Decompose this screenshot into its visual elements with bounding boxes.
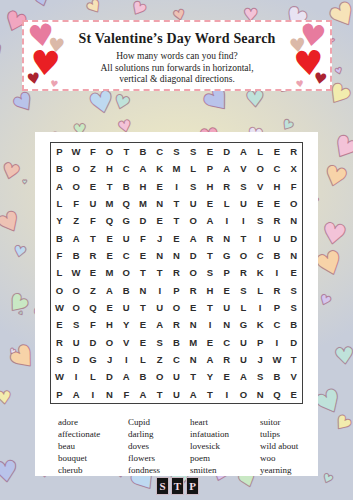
grid-cell-r6c14: U (269, 230, 286, 247)
grid-cell-r13c4: J (101, 351, 118, 368)
grid-cell-r14c9: T (185, 368, 202, 385)
grid-cell-r5c10: A (202, 212, 219, 229)
grid-cell-r5c5: G (118, 212, 135, 229)
grid-cell-r8c13: K (252, 264, 269, 281)
logo-tile-s: S (156, 477, 169, 495)
grid-cell-r11c12: G (235, 316, 252, 333)
grid-cell-r3c10: H (202, 178, 219, 195)
grid-cell-r12c4: O (101, 334, 118, 351)
heart-icon: ♥ (83, 0, 105, 19)
grid-cell-r12c12: U (235, 334, 252, 351)
grid-cell-r10c3: Q (84, 299, 101, 316)
grid-cell-r10c11: U (218, 299, 235, 316)
grid-cell-r6c3: T (84, 230, 101, 247)
word-item: smitten (190, 464, 229, 476)
grid-cell-r9c14: R (269, 282, 286, 299)
grid-cell-r8c1: L (51, 264, 68, 281)
grid-cell-r9c9: R (185, 282, 202, 299)
word-item: wild about (260, 440, 298, 452)
grid-cell-r9c4: A (101, 282, 118, 299)
grid-cell-r14c15: V (285, 368, 302, 385)
grid-cell-r7c8: N (168, 247, 185, 264)
grid-cell-r12c6: E (135, 334, 152, 351)
word-item: doves (128, 440, 160, 452)
grid-cell-r3c15: F (285, 178, 302, 195)
grid-cell-r14c6: B (135, 368, 152, 385)
grid-cell-r13c15: T (285, 351, 302, 368)
grid-cell-r15c3: I (84, 386, 101, 403)
heart-icon: ♥ (0, 159, 22, 185)
grid-cell-r7c12: O (235, 247, 252, 264)
grid-cell-r14c11: E (218, 368, 235, 385)
heart-icon: ♥ (127, 0, 149, 21)
grid-cell-r1c10: E (202, 143, 219, 160)
grid-cell-r12c10: E (202, 334, 219, 351)
heart-icon: ♥ (22, 180, 27, 186)
grid-cell-r15c13: N (252, 386, 269, 403)
heart-icon: ♥ (333, 344, 353, 370)
word-search-grid: PWFOTBCSSEDALERBOZHCAKMLPAVOCXAOETBHEISH… (50, 142, 303, 404)
grid-cell-r4c9: U (185, 195, 202, 212)
grid-cell-r2c14: C (269, 160, 286, 177)
logo-tile-p: P (186, 477, 199, 495)
grid-cell-r4c10: E (202, 195, 219, 212)
grid-cell-r15c7: T (151, 386, 168, 403)
heart-icon: ♥ (0, 206, 27, 241)
grid-cell-r12c2: U (68, 334, 85, 351)
grid-cell-r4c3: U (84, 195, 101, 212)
grid-cell-r1c13: L (252, 143, 269, 160)
grid-cell-r8c5: O (118, 264, 135, 281)
heart-icon: ♥ (33, 0, 52, 11)
grid-cell-r3c2: O (68, 178, 85, 195)
grid-cell-r13c5: I (118, 351, 135, 368)
grid-cell-r15c5: F (118, 386, 135, 403)
word-item: fondness (128, 464, 160, 476)
grid-cell-r5c9: O (185, 212, 202, 229)
grid-cell-r12c11: C (218, 334, 235, 351)
grid-cell-r4c4: M (101, 195, 118, 212)
grid-cell-r6c9: A (185, 230, 202, 247)
grid-cell-r7c7: N (151, 247, 168, 264)
grid-cell-r3c13: V (252, 178, 269, 195)
worksheet-page: ♥♥♥♥♥♥♥♥♥♥♥♥♥♥♥♥♥♥♥♥♥♥♥♥♥♥♥♥♥♥♥♥♥♥♥♥♥♥♥♥… (0, 0, 353, 500)
grid-cell-r14c5: A (118, 368, 135, 385)
grid-cell-r15c1: P (51, 386, 68, 403)
grid-cell-r13c6: L (135, 351, 152, 368)
grid-cell-r12c13: P (252, 334, 269, 351)
grid-cell-r11c14: C (269, 316, 286, 333)
heart-icon: ♥ (1, 289, 33, 321)
grid-cell-r1c11: D (218, 143, 235, 160)
word-list-column-4: suitortulipswild aboutwooyearning (260, 416, 298, 476)
grid-cell-r8c15: E (285, 264, 302, 281)
grid-cell-r4c7: N (151, 195, 168, 212)
grid-cell-r4c13: E (252, 195, 269, 212)
grid-cell-r8c10: S (202, 264, 219, 281)
grid-cell-r4c2: F (68, 195, 85, 212)
grid-cell-r8c6: T (135, 264, 152, 281)
grid-cell-r2c2: O (68, 160, 85, 177)
grid-cell-r11c2: S (68, 316, 85, 333)
grid-cell-r5c3: F (84, 212, 101, 229)
grid-cell-r9c12: S (235, 282, 252, 299)
grid-cell-r14c4: D (101, 368, 118, 385)
grid-cell-r10c9: E (185, 299, 202, 316)
grid-cell-r11c8: R (168, 316, 185, 333)
grid-cell-r3c11: R (218, 178, 235, 195)
grid-cell-r5c12: I (235, 212, 252, 229)
word-item: heart (190, 416, 229, 428)
grid-cell-r5c8: T (168, 212, 185, 229)
word-item: darling (128, 428, 160, 440)
grid-cell-r13c1: S (51, 351, 68, 368)
grid-cell-r15c2: A (68, 386, 85, 403)
grid-cell-r7c6: E (135, 247, 152, 264)
grid-cell-r12c5: V (118, 334, 135, 351)
grid-cell-r3c4: T (101, 178, 118, 195)
grid-cell-r14c2: I (68, 368, 85, 385)
grid-cell-r9c2: O (68, 282, 85, 299)
grid-cell-r2c5: C (118, 160, 135, 177)
grid-cell-r11c6: E (135, 316, 152, 333)
grid-cell-r14c3: L (84, 368, 101, 385)
word-item: adore (58, 416, 100, 428)
word-item: poem (190, 452, 229, 464)
grid-cell-r13c9: N (185, 351, 202, 368)
word-item: affectionate (58, 428, 100, 440)
grid-cell-r3c1: A (51, 178, 68, 195)
grid-cell-r10c7: U (151, 299, 168, 316)
word-item: tulips (260, 428, 298, 440)
grid-cell-r6c7: J (151, 230, 168, 247)
word-item: bouquet (58, 452, 100, 464)
grid-cell-r3c5: B (118, 178, 135, 195)
grid-cell-r5c6: D (135, 212, 152, 229)
grid-cell-r13c7: Z (151, 351, 168, 368)
grid-cell-r9c1: O (51, 282, 68, 299)
word-item: infatuation (190, 428, 229, 440)
grid-cell-r8c3: E (84, 264, 101, 281)
heart-icon: ♥ (320, 161, 351, 193)
grid-cell-r10c4: E (101, 299, 118, 316)
grid-cell-r13c3: G (84, 351, 101, 368)
grid-cell-r8c8: R (168, 264, 185, 281)
grid-cell-r7c3: R (84, 247, 101, 264)
heart-icon: ♥ (334, 66, 344, 76)
grid-cell-r9c3: Z (84, 282, 101, 299)
grid-cell-r1c9: S (185, 143, 202, 160)
grid-cell-r6c4: E (101, 230, 118, 247)
grid-cell-r9c6: N (135, 282, 152, 299)
grid-cell-r9c10: H (202, 282, 219, 299)
grid-cell-r4c6: M (135, 195, 152, 212)
logo-tile-t: T (171, 477, 184, 495)
grid-cell-r15c10: T (202, 386, 219, 403)
grid-cell-r14c7: O (151, 368, 168, 385)
grid-cell-r5c1: Y (51, 212, 68, 229)
grid-cell-r3c12: S (235, 178, 252, 195)
header-box: ♥♥♥♥♥ ♥♥♥♥♥ St Valentine’s Day Word Sear… (22, 20, 332, 91)
heart-icon: ♥ (0, 42, 6, 58)
grid-cell-r1c1: P (51, 143, 68, 160)
heart-icon: ♥ (9, 89, 40, 121)
grid-cell-r6c12: T (235, 230, 252, 247)
grid-cell-r1c8: S (168, 143, 185, 160)
grid-cell-r11c10: I (202, 316, 219, 333)
heart-icon: ♥ (0, 457, 20, 489)
grid-cell-r7c9: D (185, 247, 202, 264)
grid-cell-r8c12: R (235, 264, 252, 281)
grid-cell-r11c5: Y (118, 316, 135, 333)
grid-cell-r12c7: S (151, 334, 168, 351)
grid-cell-r8c14: I (269, 264, 286, 281)
grid-cell-r11c7: A (151, 316, 168, 333)
word-item: Cupid (128, 416, 160, 428)
grid-cell-r3c9: S (185, 178, 202, 195)
grid-cell-r13c8: C (168, 351, 185, 368)
grid-cell-r10c2: O (68, 299, 85, 316)
grid-cell-r10c8: O (168, 299, 185, 316)
grid-cell-r15c14: Q (269, 386, 286, 403)
grid-cell-r7c5: C (118, 247, 135, 264)
grid-cell-r12c14: I (269, 334, 286, 351)
stp-logo: STP (156, 477, 199, 495)
grid-cell-r7c2: B (68, 247, 85, 264)
grid-cell-r2c12: V (235, 160, 252, 177)
grid-cell-r5c7: E (151, 212, 168, 229)
grid-cell-r2c13: O (252, 160, 269, 177)
grid-cell-r8c7: T (151, 264, 168, 281)
grid-cell-r10c6: T (135, 299, 152, 316)
grid-cell-r10c12: L (235, 299, 252, 316)
heart-icon: ♥ (49, 79, 58, 89)
grid-cell-r2c8: M (168, 160, 185, 177)
grid-cell-r2c11: A (218, 160, 235, 177)
grid-cell-r10c10: T (202, 299, 219, 316)
grid-cell-r1c14: E (269, 143, 286, 160)
grid-cell-r9c13: L (252, 282, 269, 299)
grid-cell-r2c10: P (202, 160, 219, 177)
heart-cluster-right: ♥♥♥♥♥ (282, 22, 328, 93)
grid-cell-r5c15: N (285, 212, 302, 229)
grid-cell-r4c11: L (218, 195, 235, 212)
grid-cell-r15c12: O (235, 386, 252, 403)
grid-cell-r10c14: P (269, 299, 286, 316)
grid-cell-r7c14: B (269, 247, 286, 264)
grid-cell-r2c9: L (185, 160, 202, 177)
grid-cell-r13c10: A (202, 351, 219, 368)
grid-cell-r4c1: L (51, 195, 68, 212)
grid-cell-r6c5: U (118, 230, 135, 247)
word-list-column-3: heartinfatuationlovesickpoemsmitten (190, 416, 229, 476)
grid-cell-r12c3: D (84, 334, 101, 351)
grid-cell-r14c14: B (269, 368, 286, 385)
grid-cell-r2c15: X (285, 160, 302, 177)
grid-cell-r13c12: U (235, 351, 252, 368)
grid-cell-r4c12: U (235, 195, 252, 212)
grid-cell-r5c11: I (218, 212, 235, 229)
grid-cell-r1c2: W (68, 143, 85, 160)
heart-icon: ♥ (245, 88, 266, 112)
grid-cell-r7c13: C (252, 247, 269, 264)
grid-cell-r13c14: W (269, 351, 286, 368)
grid-cell-r11c1: E (51, 316, 68, 333)
grid-cell-r3c3: E (84, 178, 101, 195)
grid-cell-r1c6: B (135, 143, 152, 160)
grid-cell-r11c11: N (218, 316, 235, 333)
grid-cell-r13c11: R (218, 351, 235, 368)
grid-cell-r2c6: A (135, 160, 152, 177)
grid-cell-r6c11: N (218, 230, 235, 247)
grid-cell-r10c13: I (252, 299, 269, 316)
word-item: lovesick (190, 440, 229, 452)
grid-cell-r4c8: T (168, 195, 185, 212)
word-list-column-2: Cupiddarlingdovesflowersfondness (128, 416, 160, 476)
grid-cell-r15c15: E (285, 386, 302, 403)
grid-cell-r9c5: B (118, 282, 135, 299)
grid-cell-r1c5: T (118, 143, 135, 160)
grid-cell-r14c12: A (235, 368, 252, 385)
grid-cell-r11c9: N (185, 316, 202, 333)
grid-cell-r4c5: Q (118, 195, 135, 212)
grid-cell-r8c9: O (185, 264, 202, 281)
grid-cell-r7c15: N (285, 247, 302, 264)
word-item: yearning (260, 464, 298, 476)
grid-cell-r10c1: W (51, 299, 68, 316)
grid-cell-r1c4: O (101, 143, 118, 160)
grid-cell-r3c7: E (151, 178, 168, 195)
grid-cell-r15c11: I (218, 386, 235, 403)
grid-cell-r1c12: A (235, 143, 252, 160)
heart-cluster-left: ♥♥♥♥♥ (26, 22, 72, 93)
grid-cell-r14c13: S (252, 368, 269, 385)
heart-icon: ♥ (295, 79, 304, 89)
grid-cell-r11c15: B (285, 316, 302, 333)
grid-cell-r9c15: S (285, 282, 302, 299)
grid-cell-r3c8: I (168, 178, 185, 195)
grid-cell-r1c7: C (151, 143, 168, 160)
heart-icon: ♥ (12, 244, 28, 261)
heart-icon: ♥ (0, 388, 12, 407)
word-item: suitor (260, 416, 298, 428)
grid-cell-r6c2: A (68, 230, 85, 247)
word-item: woo (260, 452, 298, 464)
grid-cell-r13c13: J (252, 351, 269, 368)
grid-cell-r11c13: K (252, 316, 269, 333)
heart-icon: ♥ (312, 71, 328, 88)
grid-cell-r4c15: O (285, 195, 302, 212)
grid-cell-r10c5: U (118, 299, 135, 316)
grid-cell-r2c4: H (101, 160, 118, 177)
grid-cell-r7c1: F (51, 247, 68, 264)
grid-cell-r1c15: R (285, 143, 302, 160)
grid-cell-r6c6: F (135, 230, 152, 247)
grid-cell-r8c2: W (68, 264, 85, 281)
grid-cell-r8c11: P (218, 264, 235, 281)
grid-cell-r9c7: I (151, 282, 168, 299)
word-item: beau (58, 440, 100, 452)
grid-cell-r5c2: Z (68, 212, 85, 229)
grid-cell-r6c13: I (252, 230, 269, 247)
grid-cell-r11c4: H (101, 316, 118, 333)
grid-cell-r15c4: N (101, 386, 118, 403)
grid-cell-r5c14: R (269, 212, 286, 229)
grid-cell-r7c11: G (218, 247, 235, 264)
grid-cell-r5c4: Q (101, 212, 118, 229)
grid-cell-r8c4: M (101, 264, 118, 281)
grid-cell-r7c4: E (101, 247, 118, 264)
heart-icon: ♥ (317, 292, 333, 309)
grid-cell-r2c7: K (151, 160, 168, 177)
grid-cell-r7c10: T (202, 247, 219, 264)
grid-cell-r2c3: Z (84, 160, 101, 177)
grid-cell-r11c3: F (84, 316, 101, 333)
grid-cell-r3c6: H (135, 178, 152, 195)
grid-cell-r3c14: H (269, 178, 286, 195)
heart-icon: ♥ (320, 471, 335, 486)
word-item: cherub (58, 464, 100, 476)
grid-cell-r2c1: B (51, 160, 68, 177)
grid-cell-r9c11: E (218, 282, 235, 299)
grid-cell-r6c1: B (51, 230, 68, 247)
grid-cell-r13c2: D (68, 351, 85, 368)
grid-cell-r10c15: S (285, 299, 302, 316)
grid-cell-r15c6: A (135, 386, 152, 403)
grid-cell-r14c8: U (168, 368, 185, 385)
grid-cell-r12c1: R (51, 334, 68, 351)
grid-cell-r14c10: Y (202, 368, 219, 385)
grid-cell-r9c8: P (168, 282, 185, 299)
grid-cell-r15c8: U (168, 386, 185, 403)
grid-cell-r12c8: B (168, 334, 185, 351)
grid-cell-r12c9: M (185, 334, 202, 351)
grid-cell-r14c1: W (51, 368, 68, 385)
grid-cell-r6c15: D (285, 230, 302, 247)
grid-cell-r15c9: A (185, 386, 202, 403)
heart-icon: ♥ (26, 71, 42, 88)
grid-cell-r1c3: F (84, 143, 101, 160)
grid-cell-r4c14: E (269, 195, 286, 212)
word-list-column-1: adoreaffectionatebeaubouquetcherub (58, 416, 100, 476)
grid-cell-r6c10: R (202, 230, 219, 247)
word-item: flowers (128, 452, 160, 464)
grid-cell-r6c8: E (168, 230, 185, 247)
grid-cell-r5c13: S (252, 212, 269, 229)
grid-cell-r12c15: D (285, 334, 302, 351)
